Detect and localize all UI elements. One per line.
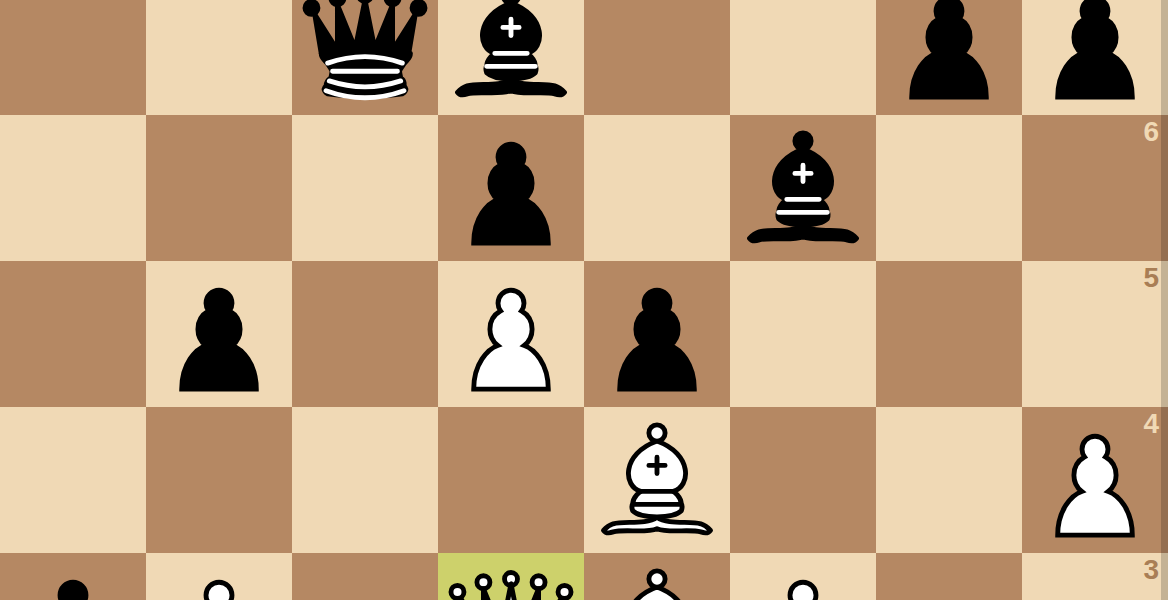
square-c3[interactable] bbox=[292, 553, 438, 600]
square-f6[interactable] bbox=[730, 115, 876, 261]
square-a3[interactable] bbox=[0, 553, 146, 600]
white-bishop-piece[interactable] bbox=[584, 553, 730, 600]
square-e4[interactable] bbox=[584, 407, 730, 553]
square-b6[interactable] bbox=[146, 115, 292, 261]
square-d6[interactable] bbox=[438, 115, 584, 261]
square-d5[interactable] bbox=[438, 261, 584, 407]
square-h3[interactable]: 3 bbox=[1022, 553, 1168, 600]
square-e6[interactable] bbox=[584, 115, 730, 261]
square-a7[interactable] bbox=[0, 0, 146, 115]
black-pawn-piece[interactable] bbox=[1022, 0, 1168, 115]
rank-label-6: 6 bbox=[1143, 118, 1159, 146]
square-e7[interactable] bbox=[584, 0, 730, 115]
black-bishop-piece[interactable] bbox=[730, 115, 876, 261]
rank-label-3: 3 bbox=[1143, 556, 1159, 584]
black-pawn-piece[interactable] bbox=[584, 261, 730, 407]
square-b4[interactable] bbox=[146, 407, 292, 553]
square-e3[interactable] bbox=[584, 553, 730, 600]
square-f3[interactable] bbox=[730, 553, 876, 600]
white-queen-piece[interactable] bbox=[438, 553, 584, 600]
square-d4[interactable] bbox=[438, 407, 584, 553]
black-pawn-piece[interactable] bbox=[876, 0, 1022, 115]
square-d3[interactable] bbox=[438, 553, 584, 600]
square-c7[interactable] bbox=[292, 0, 438, 115]
square-d7[interactable] bbox=[438, 0, 584, 115]
square-a4[interactable] bbox=[0, 407, 146, 553]
square-b7[interactable] bbox=[146, 0, 292, 115]
square-a5[interactable] bbox=[0, 261, 146, 407]
square-h5[interactable]: 5 bbox=[1022, 261, 1168, 407]
black-pawn-piece[interactable] bbox=[0, 553, 146, 600]
square-h4[interactable]: 4 bbox=[1022, 407, 1168, 553]
white-pawn-piece[interactable] bbox=[146, 553, 292, 600]
rank-label-4: 4 bbox=[1143, 410, 1159, 438]
black-queen-piece[interactable] bbox=[292, 0, 438, 115]
white-bishop-piece[interactable] bbox=[584, 407, 730, 553]
square-c6[interactable] bbox=[292, 115, 438, 261]
black-pawn-piece[interactable] bbox=[146, 261, 292, 407]
square-c5[interactable] bbox=[292, 261, 438, 407]
white-pawn-piece[interactable] bbox=[438, 261, 584, 407]
square-f4[interactable] bbox=[730, 407, 876, 553]
square-g3[interactable] bbox=[876, 553, 1022, 600]
square-a6[interactable] bbox=[0, 115, 146, 261]
chess-board-viewport: 6543 bbox=[0, 0, 1168, 600]
square-f5[interactable] bbox=[730, 261, 876, 407]
square-h7[interactable] bbox=[1022, 0, 1168, 115]
square-g7[interactable] bbox=[876, 0, 1022, 115]
square-f7[interactable] bbox=[730, 0, 876, 115]
square-b5[interactable] bbox=[146, 261, 292, 407]
square-b3[interactable] bbox=[146, 553, 292, 600]
square-g6[interactable] bbox=[876, 115, 1022, 261]
square-h6[interactable]: 6 bbox=[1022, 115, 1168, 261]
square-e5[interactable] bbox=[584, 261, 730, 407]
chess-board: 6543 bbox=[0, 0, 1168, 600]
square-c4[interactable] bbox=[292, 407, 438, 553]
black-bishop-piece[interactable] bbox=[438, 0, 584, 115]
black-pawn-piece[interactable] bbox=[438, 115, 584, 261]
square-g5[interactable] bbox=[876, 261, 1022, 407]
rank-label-5: 5 bbox=[1143, 264, 1159, 292]
white-pawn-piece[interactable] bbox=[730, 553, 876, 600]
square-g4[interactable] bbox=[876, 407, 1022, 553]
